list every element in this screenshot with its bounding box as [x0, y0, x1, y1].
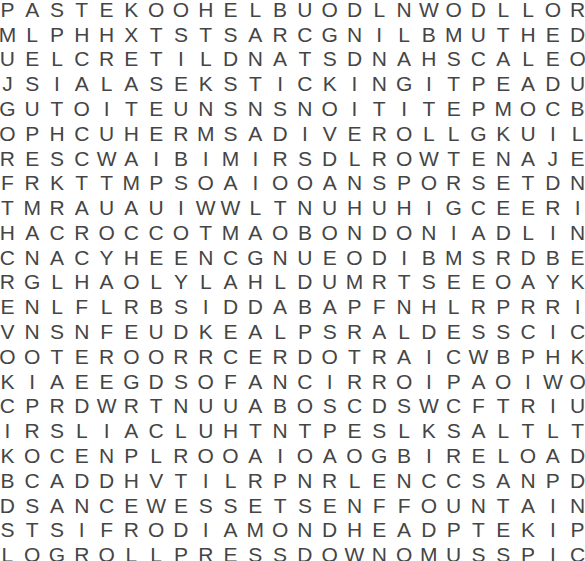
- letter-cell-r23c2[interactable]: O: [20, 542, 45, 561]
- letter-cell-r17c21[interactable]: T: [491, 394, 516, 419]
- letter-cell-r16c7[interactable]: D: [144, 369, 169, 394]
- letter-cell-r15c13[interactable]: D: [292, 344, 317, 369]
- letter-cell-r3c13[interactable]: T: [292, 47, 317, 72]
- letter-cell-r23c3[interactable]: G: [45, 542, 70, 561]
- letter-cell-r15c21[interactable]: B: [491, 344, 516, 369]
- letter-cell-r11c17[interactable]: I: [392, 245, 417, 270]
- letter-cell-r13c7[interactable]: B: [144, 294, 169, 319]
- letter-cell-r22c18[interactable]: D: [416, 517, 441, 542]
- letter-cell-r1c24[interactable]: R: [565, 0, 585, 22]
- letter-cell-r14c8[interactable]: D: [169, 319, 194, 344]
- letter-cell-r7c18[interactable]: W: [416, 146, 441, 171]
- letter-cell-r1c13[interactable]: U: [292, 0, 317, 22]
- letter-cell-r15c4[interactable]: E: [69, 344, 94, 369]
- letter-cell-r14c3[interactable]: S: [45, 319, 70, 344]
- letter-cell-r5c11[interactable]: N: [243, 96, 268, 121]
- letter-cell-r15c3[interactable]: T: [45, 344, 70, 369]
- letter-cell-r22c23[interactable]: I: [540, 517, 565, 542]
- letter-cell-r7c16[interactable]: R: [367, 146, 392, 171]
- letter-cell-r13c21[interactable]: P: [491, 294, 516, 319]
- letter-cell-r5c4[interactable]: O: [69, 96, 94, 121]
- letter-cell-r18c1[interactable]: I: [0, 418, 20, 443]
- letter-cell-r10c16[interactable]: D: [367, 220, 392, 245]
- letter-cell-r6c9[interactable]: M: [193, 121, 218, 146]
- letter-cell-r21c16[interactable]: F: [367, 493, 392, 518]
- letter-cell-r6c23[interactable]: I: [540, 121, 565, 146]
- letter-cell-r11c3[interactable]: A: [45, 245, 70, 270]
- letter-cell-r18c23[interactable]: L: [540, 418, 565, 443]
- letter-cell-r16c22[interactable]: I: [516, 369, 541, 394]
- letter-cell-r22c14[interactable]: D: [317, 517, 342, 542]
- letter-cell-r20c15[interactable]: L: [342, 468, 367, 493]
- letter-cell-r10c23[interactable]: I: [540, 220, 565, 245]
- letter-cell-r18c16[interactable]: S: [367, 418, 392, 443]
- letter-cell-r9c7[interactable]: U: [144, 195, 169, 220]
- letter-cell-r17c8[interactable]: N: [169, 394, 194, 419]
- letter-cell-r19c7[interactable]: L: [144, 443, 169, 468]
- letter-cell-r9c8[interactable]: I: [169, 195, 194, 220]
- letter-cell-r3c2[interactable]: E: [20, 47, 45, 72]
- letter-cell-r6c14[interactable]: V: [317, 121, 342, 146]
- letter-cell-r5c24[interactable]: B: [565, 96, 585, 121]
- letter-cell-r20c10[interactable]: L: [218, 468, 243, 493]
- letter-cell-r12c9[interactable]: L: [193, 270, 218, 295]
- letter-cell-r11c15[interactable]: O: [342, 245, 367, 270]
- letter-cell-r23c16[interactable]: N: [367, 542, 392, 561]
- letter-cell-r18c24[interactable]: T: [565, 418, 585, 443]
- letter-cell-r18c15[interactable]: E: [342, 418, 367, 443]
- letter-cell-r2c15[interactable]: N: [342, 22, 367, 47]
- letter-cell-r4c7[interactable]: S: [144, 71, 169, 96]
- letter-cell-r8c19[interactable]: R: [441, 170, 466, 195]
- letter-cell-r3c12[interactable]: A: [268, 47, 293, 72]
- letter-cell-r16c6[interactable]: G: [119, 369, 144, 394]
- letter-cell-r19c19[interactable]: R: [441, 443, 466, 468]
- letter-cell-r11c10[interactable]: C: [218, 245, 243, 270]
- letter-cell-r15c22[interactable]: P: [516, 344, 541, 369]
- letter-cell-r16c24[interactable]: O: [565, 369, 585, 394]
- letter-cell-r11c5[interactable]: Y: [94, 245, 119, 270]
- letter-cell-r19c24[interactable]: D: [565, 443, 585, 468]
- letter-cell-r12c23[interactable]: Y: [540, 270, 565, 295]
- letter-cell-r22c22[interactable]: K: [516, 517, 541, 542]
- letter-cell-r3c5[interactable]: R: [94, 47, 119, 72]
- letter-cell-r3c10[interactable]: D: [218, 47, 243, 72]
- letter-cell-r5c15[interactable]: I: [342, 96, 367, 121]
- letter-cell-r19c1[interactable]: K: [0, 443, 20, 468]
- letter-cell-r1c17[interactable]: N: [392, 0, 417, 22]
- letter-cell-r14c7[interactable]: U: [144, 319, 169, 344]
- letter-cell-r3c8[interactable]: I: [169, 47, 194, 72]
- letter-cell-r6c4[interactable]: C: [69, 121, 94, 146]
- letter-cell-r3c19[interactable]: S: [441, 47, 466, 72]
- letter-cell-r1c14[interactable]: O: [317, 0, 342, 22]
- letter-cell-r12c7[interactable]: L: [144, 270, 169, 295]
- letter-cell-r4c4[interactable]: A: [69, 71, 94, 96]
- letter-cell-r19c9[interactable]: O: [193, 443, 218, 468]
- letter-cell-r14c6[interactable]: E: [119, 319, 144, 344]
- letter-cell-r10c2[interactable]: A: [20, 220, 45, 245]
- letter-cell-r17c4[interactable]: D: [69, 394, 94, 419]
- letter-cell-r1c9[interactable]: H: [193, 0, 218, 22]
- letter-cell-r22c5[interactable]: F: [94, 517, 119, 542]
- letter-cell-r13c1[interactable]: E: [0, 294, 20, 319]
- letter-cell-r16c20[interactable]: A: [466, 369, 491, 394]
- letter-cell-r13c8[interactable]: S: [169, 294, 194, 319]
- letter-cell-r14c23[interactable]: I: [540, 319, 565, 344]
- letter-cell-r13c22[interactable]: R: [516, 294, 541, 319]
- letter-cell-r12c21[interactable]: O: [491, 270, 516, 295]
- letter-cell-r19c18[interactable]: I: [416, 443, 441, 468]
- letter-cell-r8c10[interactable]: A: [218, 170, 243, 195]
- letter-cell-r15c24[interactable]: K: [565, 344, 585, 369]
- letter-cell-r14c21[interactable]: S: [491, 319, 516, 344]
- letter-cell-r3c9[interactable]: L: [193, 47, 218, 72]
- letter-cell-r21c2[interactable]: S: [20, 493, 45, 518]
- letter-cell-r19c10[interactable]: O: [218, 443, 243, 468]
- letter-cell-r20c24[interactable]: D: [565, 468, 585, 493]
- letter-cell-r5c8[interactable]: U: [169, 96, 194, 121]
- letter-cell-r1c7[interactable]: O: [144, 0, 169, 22]
- letter-cell-r21c1[interactable]: D: [0, 493, 20, 518]
- letter-cell-r12c14[interactable]: U: [317, 270, 342, 295]
- letter-cell-r23c9[interactable]: R: [193, 542, 218, 561]
- letter-cell-r14c4[interactable]: N: [69, 319, 94, 344]
- letter-cell-r4c3[interactable]: I: [45, 71, 70, 96]
- letter-cell-r6c8[interactable]: R: [169, 121, 194, 146]
- letter-cell-r1c23[interactable]: O: [540, 0, 565, 22]
- letter-cell-r19c5[interactable]: N: [94, 443, 119, 468]
- letter-cell-r16c17[interactable]: O: [392, 369, 417, 394]
- letter-cell-r16c10[interactable]: F: [218, 369, 243, 394]
- letter-cell-r13c10[interactable]: D: [218, 294, 243, 319]
- letter-cell-r3c6[interactable]: E: [119, 47, 144, 72]
- letter-cell-r17c2[interactable]: P: [20, 394, 45, 419]
- letter-cell-r23c23[interactable]: I: [540, 542, 565, 561]
- letter-cell-r22c10[interactable]: A: [218, 517, 243, 542]
- letter-cell-r9c6[interactable]: A: [119, 195, 144, 220]
- letter-cell-r12c17[interactable]: T: [392, 270, 417, 295]
- letter-cell-r21c6[interactable]: E: [119, 493, 144, 518]
- letter-cell-r9c17[interactable]: H: [392, 195, 417, 220]
- letter-cell-r1c5[interactable]: E: [94, 0, 119, 22]
- letter-cell-r6c16[interactable]: R: [367, 121, 392, 146]
- letter-cell-r6c1[interactable]: O: [0, 121, 20, 146]
- letter-cell-r3c17[interactable]: A: [392, 47, 417, 72]
- letter-cell-r3c20[interactable]: C: [466, 47, 491, 72]
- letter-cell-r18c8[interactable]: L: [169, 418, 194, 443]
- letter-cell-r17c10[interactable]: U: [218, 394, 243, 419]
- letter-cell-r5c22[interactable]: O: [516, 96, 541, 121]
- letter-cell-r22c16[interactable]: E: [367, 517, 392, 542]
- letter-cell-r7c23[interactable]: J: [540, 146, 565, 171]
- letter-cell-r1c21[interactable]: L: [491, 0, 516, 22]
- letter-cell-r4c20[interactable]: P: [466, 71, 491, 96]
- letter-cell-r22c12[interactable]: O: [268, 517, 293, 542]
- letter-cell-r21c9[interactable]: S: [193, 493, 218, 518]
- letter-cell-r8c17[interactable]: P: [392, 170, 417, 195]
- letter-cell-r17c12[interactable]: B: [268, 394, 293, 419]
- letter-cell-r15c16[interactable]: R: [367, 344, 392, 369]
- letter-cell-r3c1[interactable]: U: [0, 47, 20, 72]
- letter-cell-r23c19[interactable]: U: [441, 542, 466, 561]
- letter-cell-r10c15[interactable]: N: [342, 220, 367, 245]
- letter-cell-r20c16[interactable]: E: [367, 468, 392, 493]
- letter-cell-r13c5[interactable]: L: [94, 294, 119, 319]
- letter-cell-r12c11[interactable]: H: [243, 270, 268, 295]
- letter-cell-r7c5[interactable]: W: [94, 146, 119, 171]
- letter-cell-r4c13[interactable]: C: [292, 71, 317, 96]
- letter-cell-r11c11[interactable]: G: [243, 245, 268, 270]
- letter-cell-r20c4[interactable]: D: [69, 468, 94, 493]
- letter-cell-r14c18[interactable]: D: [416, 319, 441, 344]
- letter-cell-r23c8[interactable]: P: [169, 542, 194, 561]
- letter-cell-r5c17[interactable]: I: [392, 96, 417, 121]
- letter-cell-r12c2[interactable]: G: [20, 270, 45, 295]
- letter-cell-r6c15[interactable]: E: [342, 121, 367, 146]
- letter-cell-r15c5[interactable]: R: [94, 344, 119, 369]
- letter-cell-r8c14[interactable]: A: [317, 170, 342, 195]
- letter-cell-r15c8[interactable]: R: [169, 344, 194, 369]
- letter-cell-r17c20[interactable]: F: [466, 394, 491, 419]
- letter-cell-r11c19[interactable]: M: [441, 245, 466, 270]
- letter-cell-r23c18[interactable]: M: [416, 542, 441, 561]
- letter-cell-r12c24[interactable]: K: [565, 270, 585, 295]
- letter-cell-r15c15[interactable]: T: [342, 344, 367, 369]
- letter-cell-r10c21[interactable]: D: [491, 220, 516, 245]
- letter-cell-r21c7[interactable]: W: [144, 493, 169, 518]
- letter-cell-r22c20[interactable]: T: [466, 517, 491, 542]
- letter-cell-r4c5[interactable]: L: [94, 71, 119, 96]
- letter-cell-r11c23[interactable]: B: [540, 245, 565, 270]
- letter-cell-r22c17[interactable]: A: [392, 517, 417, 542]
- letter-cell-r6c2[interactable]: P: [20, 121, 45, 146]
- letter-cell-r3c4[interactable]: C: [69, 47, 94, 72]
- letter-cell-r4c11[interactable]: T: [243, 71, 268, 96]
- letter-cell-r2c19[interactable]: M: [441, 22, 466, 47]
- letter-cell-r13c15[interactable]: P: [342, 294, 367, 319]
- letter-cell-r9c4[interactable]: A: [69, 195, 94, 220]
- letter-cell-r2c24[interactable]: D: [565, 22, 585, 47]
- letter-cell-r18c3[interactable]: S: [45, 418, 70, 443]
- letter-cell-r1c12[interactable]: B: [268, 0, 293, 22]
- letter-cell-r17c23[interactable]: I: [540, 394, 565, 419]
- letter-cell-r6c13[interactable]: I: [292, 121, 317, 146]
- letter-cell-r17c6[interactable]: R: [119, 394, 144, 419]
- letter-cell-r20c13[interactable]: N: [292, 468, 317, 493]
- letter-cell-r13c14[interactable]: A: [317, 294, 342, 319]
- letter-cell-r19c21[interactable]: L: [491, 443, 516, 468]
- letter-cell-r20c14[interactable]: R: [317, 468, 342, 493]
- letter-cell-r2c11[interactable]: A: [243, 22, 268, 47]
- letter-cell-r6c19[interactable]: L: [441, 121, 466, 146]
- letter-cell-r2c13[interactable]: C: [292, 22, 317, 47]
- letter-cell-r22c24[interactable]: P: [565, 517, 585, 542]
- letter-cell-r15c1[interactable]: O: [0, 344, 20, 369]
- letter-cell-r11c4[interactable]: C: [69, 245, 94, 270]
- letter-cell-r9c15[interactable]: H: [342, 195, 367, 220]
- letter-cell-r23c4[interactable]: R: [69, 542, 94, 561]
- letter-cell-r19c6[interactable]: P: [119, 443, 144, 468]
- letter-cell-r22c9[interactable]: I: [193, 517, 218, 542]
- letter-cell-r1c6[interactable]: K: [119, 0, 144, 22]
- letter-cell-r20c2[interactable]: C: [20, 468, 45, 493]
- letter-cell-r6c17[interactable]: O: [392, 121, 417, 146]
- letter-cell-r16c21[interactable]: O: [491, 369, 516, 394]
- letter-cell-r20c8[interactable]: T: [169, 468, 194, 493]
- letter-cell-r9c11[interactable]: L: [243, 195, 268, 220]
- letter-cell-r23c1[interactable]: L: [0, 542, 20, 561]
- letter-cell-r15c20[interactable]: W: [466, 344, 491, 369]
- letter-cell-r7c2[interactable]: E: [20, 146, 45, 171]
- letter-cell-r4c21[interactable]: E: [491, 71, 516, 96]
- letter-cell-r23c17[interactable]: O: [392, 542, 417, 561]
- letter-cell-r13c12[interactable]: A: [268, 294, 293, 319]
- letter-cell-r3c11[interactable]: N: [243, 47, 268, 72]
- letter-cell-r4c8[interactable]: E: [169, 71, 194, 96]
- letter-cell-r21c10[interactable]: S: [218, 493, 243, 518]
- letter-cell-r2c1[interactable]: M: [0, 22, 20, 47]
- letter-cell-r6c12[interactable]: D: [268, 121, 293, 146]
- letter-cell-r1c19[interactable]: O: [441, 0, 466, 22]
- letter-cell-r10c8[interactable]: O: [169, 220, 194, 245]
- letter-cell-r22c13[interactable]: N: [292, 517, 317, 542]
- letter-cell-r1c18[interactable]: W: [416, 0, 441, 22]
- letter-cell-r6c6[interactable]: H: [119, 121, 144, 146]
- letter-cell-r9c12[interactable]: T: [268, 195, 293, 220]
- letter-cell-r1c15[interactable]: D: [342, 0, 367, 22]
- letter-cell-r11c2[interactable]: N: [20, 245, 45, 270]
- letter-cell-r14c12[interactable]: L: [268, 319, 293, 344]
- letter-cell-r21c11[interactable]: E: [243, 493, 268, 518]
- letter-cell-r8c1[interactable]: F: [0, 170, 20, 195]
- letter-cell-r19c2[interactable]: O: [20, 443, 45, 468]
- letter-cell-r2c9[interactable]: T: [193, 22, 218, 47]
- letter-cell-r20c22[interactable]: N: [516, 468, 541, 493]
- letter-cell-r7c12[interactable]: R: [268, 146, 293, 171]
- letter-cell-r8c23[interactable]: D: [540, 170, 565, 195]
- letter-cell-r7c7[interactable]: I: [144, 146, 169, 171]
- letter-cell-r23c11[interactable]: S: [243, 542, 268, 561]
- letter-cell-r14c13[interactable]: P: [292, 319, 317, 344]
- letter-cell-r11c9[interactable]: N: [193, 245, 218, 270]
- letter-cell-r16c9[interactable]: O: [193, 369, 218, 394]
- letter-cell-r8c22[interactable]: T: [516, 170, 541, 195]
- letter-cell-r17c14[interactable]: S: [317, 394, 342, 419]
- letter-cell-r4c24[interactable]: U: [565, 71, 585, 96]
- letter-cell-r2c22[interactable]: H: [516, 22, 541, 47]
- letter-cell-r13c17[interactable]: N: [392, 294, 417, 319]
- letter-cell-r18c21[interactable]: L: [491, 418, 516, 443]
- letter-cell-r22c11[interactable]: M: [243, 517, 268, 542]
- letter-cell-r21c22[interactable]: A: [516, 493, 541, 518]
- letter-cell-r23c12[interactable]: S: [268, 542, 293, 561]
- letter-cell-r13c6[interactable]: R: [119, 294, 144, 319]
- letter-cell-r10c24[interactable]: N: [565, 220, 585, 245]
- letter-cell-r6c11[interactable]: A: [243, 121, 268, 146]
- letter-cell-r7c20[interactable]: E: [466, 146, 491, 171]
- letter-cell-r7c17[interactable]: O: [392, 146, 417, 171]
- letter-cell-r6c22[interactable]: U: [516, 121, 541, 146]
- letter-cell-r18c13[interactable]: T: [292, 418, 317, 443]
- letter-cell-r10c12[interactable]: O: [268, 220, 293, 245]
- letter-cell-r7c9[interactable]: I: [193, 146, 218, 171]
- letter-cell-r18c19[interactable]: S: [441, 418, 466, 443]
- letter-cell-r13c9[interactable]: I: [193, 294, 218, 319]
- letter-cell-r20c3[interactable]: A: [45, 468, 70, 493]
- letter-cell-r19c12[interactable]: I: [268, 443, 293, 468]
- letter-cell-r17c3[interactable]: R: [45, 394, 70, 419]
- letter-cell-r13c16[interactable]: F: [367, 294, 392, 319]
- letter-cell-r4c22[interactable]: A: [516, 71, 541, 96]
- letter-cell-r4c12[interactable]: I: [268, 71, 293, 96]
- letter-cell-r14c2[interactable]: N: [20, 319, 45, 344]
- letter-cell-r13c4[interactable]: F: [69, 294, 94, 319]
- letter-cell-r14c11[interactable]: A: [243, 319, 268, 344]
- letter-cell-r2c16[interactable]: I: [367, 22, 392, 47]
- letter-cell-r2c8[interactable]: S: [169, 22, 194, 47]
- letter-cell-r19c8[interactable]: R: [169, 443, 194, 468]
- letter-cell-r8c4[interactable]: T: [69, 170, 94, 195]
- letter-cell-r4c15[interactable]: I: [342, 71, 367, 96]
- letter-cell-r7c19[interactable]: T: [441, 146, 466, 171]
- letter-cell-r21c18[interactable]: O: [416, 493, 441, 518]
- letter-cell-r3c16[interactable]: N: [367, 47, 392, 72]
- letter-cell-r4c6[interactable]: A: [119, 71, 144, 96]
- letter-cell-r10c9[interactable]: T: [193, 220, 218, 245]
- letter-cell-r14c16[interactable]: A: [367, 319, 392, 344]
- letter-cell-r19c16[interactable]: G: [367, 443, 392, 468]
- letter-cell-r2c6[interactable]: X: [119, 22, 144, 47]
- letter-cell-r7c10[interactable]: M: [218, 146, 243, 171]
- letter-cell-r16c4[interactable]: E: [69, 369, 94, 394]
- letter-cell-r12c22[interactable]: A: [516, 270, 541, 295]
- letter-cell-r15c19[interactable]: C: [441, 344, 466, 369]
- letter-cell-r18c17[interactable]: L: [392, 418, 417, 443]
- letter-cell-r10c3[interactable]: C: [45, 220, 70, 245]
- letter-cell-r16c11[interactable]: A: [243, 369, 268, 394]
- letter-cell-r19c17[interactable]: B: [392, 443, 417, 468]
- letter-cell-r17c18[interactable]: W: [416, 394, 441, 419]
- letter-cell-r8c8[interactable]: S: [169, 170, 194, 195]
- letter-cell-r21c21[interactable]: T: [491, 493, 516, 518]
- letter-cell-r9c1[interactable]: T: [0, 195, 20, 220]
- letter-cell-r14c9[interactable]: K: [193, 319, 218, 344]
- letter-cell-r2c21[interactable]: T: [491, 22, 516, 47]
- letter-cell-r13c19[interactable]: L: [441, 294, 466, 319]
- letter-cell-r15c17[interactable]: A: [392, 344, 417, 369]
- letter-cell-r17c13[interactable]: O: [292, 394, 317, 419]
- letter-cell-r1c16[interactable]: L: [367, 0, 392, 22]
- letter-cell-r4c19[interactable]: T: [441, 71, 466, 96]
- letter-cell-r23c6[interactable]: L: [119, 542, 144, 561]
- letter-cell-r15c10[interactable]: C: [218, 344, 243, 369]
- letter-cell-r9c18[interactable]: I: [416, 195, 441, 220]
- letter-cell-r18c10[interactable]: H: [218, 418, 243, 443]
- letter-cell-r15c7[interactable]: O: [144, 344, 169, 369]
- letter-cell-r14c17[interactable]: L: [392, 319, 417, 344]
- letter-cell-r5c9[interactable]: N: [193, 96, 218, 121]
- letter-cell-r5c3[interactable]: T: [45, 96, 70, 121]
- letter-cell-r12c18[interactable]: S: [416, 270, 441, 295]
- letter-cell-r21c3[interactable]: A: [45, 493, 70, 518]
- letter-cell-r11c14[interactable]: E: [317, 245, 342, 270]
- letter-cell-r5c5[interactable]: I: [94, 96, 119, 121]
- letter-cell-r13c23[interactable]: R: [540, 294, 565, 319]
- letter-cell-r16c12[interactable]: N: [268, 369, 293, 394]
- letter-cell-r1c2[interactable]: A: [20, 0, 45, 22]
- letter-cell-r20c21[interactable]: A: [491, 468, 516, 493]
